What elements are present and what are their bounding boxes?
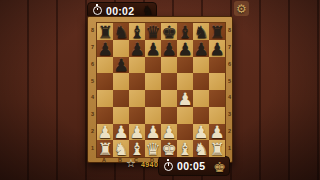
board-grid[interactable]: ♜♞♝♛♚♝♞♜♟♟♟♟♟♟♟♟♟♟♟♟♟♟♟♟♜♞♝♛♚♝♞♜ — [96, 22, 226, 158]
square-b3[interactable] — [113, 107, 129, 124]
gear-icon: ⚙ — [236, 3, 247, 15]
rank-label-6: 6 — [89, 56, 96, 73]
square-a3[interactable] — [97, 107, 113, 124]
star-icon: ☆ — [126, 157, 136, 170]
square-d8[interactable]: ♛ — [145, 23, 161, 40]
square-a7[interactable]: ♟ — [97, 40, 113, 57]
square-h2[interactable]: ♟ — [209, 124, 225, 141]
square-h5[interactable] — [209, 73, 225, 90]
square-c1[interactable]: ♝ — [129, 140, 145, 157]
square-a4[interactable] — [97, 90, 113, 107]
white-king-icon: ♚ — [213, 159, 226, 175]
square-f3[interactable] — [177, 107, 193, 124]
square-d4[interactable] — [145, 90, 161, 107]
square-f8[interactable]: ♝ — [177, 23, 193, 40]
square-g8[interactable]: ♞ — [193, 23, 209, 40]
rank-label-3: 3 — [89, 106, 96, 123]
square-d6[interactable] — [145, 57, 161, 74]
square-h7[interactable]: ♟ — [209, 40, 225, 57]
rank-label-2: 2 — [226, 123, 233, 140]
square-e2[interactable]: ♟ — [161, 124, 177, 141]
rank-label-1: 1 — [226, 139, 233, 156]
square-e8[interactable]: ♚ — [161, 23, 177, 40]
rank-label-5: 5 — [226, 72, 233, 89]
stopwatch-icon — [93, 6, 102, 15]
square-d1[interactable]: ♛ — [145, 140, 161, 157]
square-c7[interactable]: ♟ — [129, 40, 145, 57]
square-e4[interactable] — [161, 90, 177, 107]
square-a2[interactable]: ♟ — [97, 124, 113, 141]
square-a1[interactable]: ♜ — [97, 140, 113, 157]
square-g5[interactable] — [193, 73, 209, 90]
square-d5[interactable] — [145, 73, 161, 90]
rank-label-3: 3 — [226, 106, 233, 123]
square-f4[interactable]: ♟ — [177, 90, 193, 107]
square-g3[interactable] — [193, 107, 209, 124]
square-f6[interactable] — [177, 57, 193, 74]
white-timer-value: 00:05 — [177, 160, 205, 172]
square-g6[interactable] — [193, 57, 209, 74]
score-value: 4940 — [141, 161, 158, 168]
square-h8[interactable]: ♜ — [209, 23, 225, 40]
white-r-piece: ♜ — [97, 140, 113, 159]
rank-label-8: 8 — [89, 22, 96, 39]
square-b4[interactable] — [113, 90, 129, 107]
square-h1[interactable]: ♜ — [209, 140, 225, 157]
chess-board-frame: 87654321 87654321 ♜♞♝♛♚♝♞♜♟♟♟♟♟♟♟♟♟♟♟♟♟♟… — [87, 16, 233, 163]
square-f1[interactable]: ♝ — [177, 140, 193, 157]
white-n-piece: ♞ — [193, 140, 209, 159]
square-c4[interactable] — [129, 90, 145, 107]
rank-labels-right: 87654321 — [226, 22, 233, 156]
square-b7[interactable] — [113, 40, 129, 57]
square-c3[interactable] — [129, 107, 145, 124]
rank-labels-left: 87654321 — [89, 22, 96, 156]
square-d3[interactable] — [145, 107, 161, 124]
square-a5[interactable] — [97, 73, 113, 90]
square-d7[interactable]: ♟ — [145, 40, 161, 57]
square-f5[interactable] — [177, 73, 193, 90]
square-e3[interactable] — [161, 107, 177, 124]
square-g4[interactable] — [193, 90, 209, 107]
square-g7[interactable]: ♟ — [193, 40, 209, 57]
rank-label-5: 5 — [89, 72, 96, 89]
rank-label-7: 7 — [89, 39, 96, 56]
white-timer-bar: 00:05 ♚ — [158, 156, 230, 176]
square-b2[interactable]: ♟ — [113, 124, 129, 141]
square-h6[interactable] — [209, 57, 225, 74]
square-c6[interactable] — [129, 57, 145, 74]
square-e6[interactable] — [161, 57, 177, 74]
square-d2[interactable]: ♟ — [145, 124, 161, 141]
rank-label-1: 1 — [89, 139, 96, 156]
stopwatch-icon — [164, 162, 173, 171]
square-a8[interactable]: ♜ — [97, 23, 113, 40]
white-n-piece: ♞ — [113, 140, 129, 159]
square-b6[interactable]: ♟ — [113, 57, 129, 74]
black-timer-value: 00:02 — [106, 5, 134, 17]
rank-label-6: 6 — [226, 56, 233, 73]
white-r-piece: ♜ — [209, 140, 225, 159]
square-e1[interactable]: ♚ — [161, 140, 177, 157]
white-b-piece: ♝ — [129, 140, 145, 159]
settings-button[interactable]: ⚙ — [234, 1, 249, 16]
square-b5[interactable] — [113, 73, 129, 90]
square-g2[interactable]: ♟ — [193, 124, 209, 141]
square-h3[interactable] — [209, 107, 225, 124]
white-q-piece: ♛ — [145, 140, 161, 159]
square-c5[interactable] — [129, 73, 145, 90]
square-h4[interactable] — [209, 90, 225, 107]
square-c8[interactable]: ♝ — [129, 23, 145, 40]
rank-label-2: 2 — [89, 123, 96, 140]
rank-label-4: 4 — [226, 89, 233, 106]
file-label-a: A — [96, 156, 112, 164]
square-e5[interactable] — [161, 73, 177, 90]
square-b8[interactable]: ♞ — [113, 23, 129, 40]
white-b-piece: ♝ — [177, 140, 193, 159]
square-f7[interactable]: ♟ — [177, 40, 193, 57]
white-k-piece: ♚ — [161, 140, 177, 159]
square-e7[interactable]: ♟ — [161, 40, 177, 57]
game-screen: 00:02 ♞ ⚙ 87654321 87654321 ♜♞♝♛♚♝♞♜♟♟♟♟… — [0, 0, 320, 180]
rank-label-4: 4 — [89, 89, 96, 106]
square-c2[interactable]: ♟ — [129, 124, 145, 141]
square-f2[interactable] — [177, 124, 193, 141]
rank-label-8: 8 — [226, 22, 233, 39]
square-g1[interactable]: ♞ — [193, 140, 209, 157]
square-b1[interactable]: ♞ — [113, 140, 129, 157]
square-a6[interactable] — [97, 57, 113, 74]
rank-label-7: 7 — [226, 39, 233, 56]
